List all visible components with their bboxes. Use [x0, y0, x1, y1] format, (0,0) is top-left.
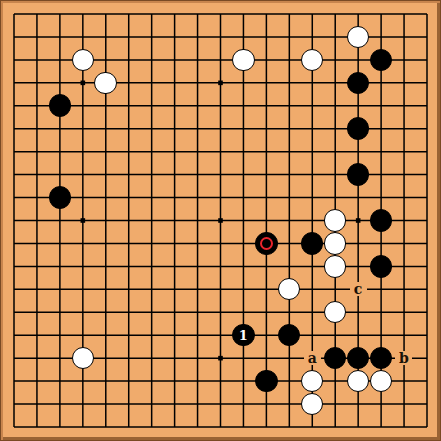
white-stone — [324, 255, 347, 278]
white-stone — [301, 370, 324, 393]
black-stone — [301, 232, 324, 255]
white-stone — [72, 347, 95, 370]
white-stone — [324, 209, 347, 232]
white-stone — [278, 278, 301, 301]
white-stone — [72, 49, 95, 72]
black-stone — [347, 347, 370, 370]
black-stone — [49, 186, 72, 209]
stones-layer: 1abc — [3, 3, 439, 439]
black-stone — [370, 347, 393, 370]
white-stone — [94, 72, 117, 95]
black-stone — [255, 232, 278, 255]
move-number-label: 1 — [239, 328, 248, 341]
letter-label-c: c — [350, 282, 367, 296]
black-stone — [370, 49, 393, 72]
black-stone: 1 — [232, 324, 255, 347]
black-stone — [255, 370, 278, 393]
black-stone — [49, 94, 72, 117]
go-board-diagram: 1abc — [0, 0, 441, 441]
white-stone — [370, 370, 393, 393]
letter-label-b: b — [395, 351, 412, 365]
white-stone — [347, 26, 370, 49]
white-stone — [347, 370, 370, 393]
black-stone — [324, 347, 347, 370]
white-stone — [301, 393, 324, 416]
black-stone — [347, 117, 370, 140]
circle-marker — [260, 237, 274, 251]
black-stone — [347, 163, 370, 186]
black-stone — [278, 324, 301, 347]
black-stone — [370, 209, 393, 232]
black-stone — [347, 72, 370, 95]
white-stone — [324, 301, 347, 324]
white-stone — [301, 49, 324, 72]
letter-label-a: a — [304, 351, 321, 365]
white-stone — [232, 49, 255, 72]
black-stone — [370, 255, 393, 278]
white-stone — [324, 232, 347, 255]
